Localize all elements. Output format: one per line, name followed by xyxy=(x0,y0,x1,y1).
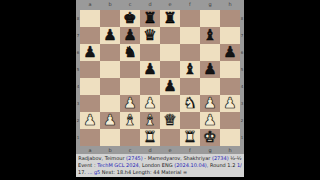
square-b5 xyxy=(100,61,120,78)
square-c3: ♟ xyxy=(120,95,140,112)
square-b4 xyxy=(100,78,120,95)
file-label: c xyxy=(120,0,140,10)
square-b8 xyxy=(100,10,120,27)
square-d8: ♜ xyxy=(140,10,160,27)
square-b3 xyxy=(100,95,120,112)
square-g8 xyxy=(200,10,220,27)
rank-label: 5 xyxy=(240,61,244,78)
file-label: e xyxy=(160,0,180,10)
white-knight-piece: ♞ xyxy=(183,95,196,112)
square-d4 xyxy=(140,78,160,95)
square-d1: ♜ xyxy=(140,129,160,146)
caption-token: (2734) xyxy=(212,155,229,161)
square-f5: ♝ xyxy=(180,61,200,78)
rank-label: 4 xyxy=(240,78,244,95)
caption-token: ½-½ xyxy=(229,155,242,161)
square-g1: ♚ xyxy=(200,129,220,146)
caption-token: 1/2 xyxy=(237,162,242,168)
square-a5 xyxy=(80,61,100,78)
square-e2: ♛ xyxy=(160,112,180,129)
caption-token: Next: 18.h4 xyxy=(100,169,131,175)
white-pawn-piece: ♟ xyxy=(143,95,156,112)
square-c1 xyxy=(120,129,140,146)
rank-label: 8 xyxy=(240,10,244,27)
caption-token: London ENG xyxy=(140,162,174,168)
rank-label: 7 xyxy=(240,27,244,44)
square-d3: ♟ xyxy=(140,95,160,112)
square-d2: ♝ xyxy=(140,112,160,129)
screenshot-stage: abcdefgh 87654321 87654321 ♚♜♜♟♟♛♝♟♞♟♟♝♟… xyxy=(0,0,320,180)
black-pawn-piece: ♟ xyxy=(83,44,96,61)
square-g2: ♟ xyxy=(200,112,220,129)
file-labels-bottom: abcdefgh xyxy=(80,146,240,154)
square-a4 xyxy=(80,78,100,95)
square-h3: ♟ xyxy=(220,95,240,112)
square-g4 xyxy=(200,78,220,95)
caption-token: (2745) xyxy=(126,155,143,161)
black-bishop-piece: ♝ xyxy=(203,27,216,44)
square-h4 xyxy=(220,78,240,95)
white-pawn-piece: ♟ xyxy=(203,112,216,129)
file-labels-top: abcdefgh xyxy=(80,0,240,10)
square-f4 xyxy=(180,78,200,95)
black-pawn-piece: ♟ xyxy=(123,27,136,44)
square-f1: ♜ xyxy=(180,129,200,146)
square-a2: ♟ xyxy=(80,112,100,129)
black-pawn-piece: ♟ xyxy=(223,44,236,61)
black-pawn-piece: ♟ xyxy=(163,78,176,95)
square-c5 xyxy=(120,61,140,78)
square-h2 xyxy=(220,112,240,129)
square-a6: ♟ xyxy=(80,44,100,61)
white-pawn-piece: ♟ xyxy=(83,112,96,129)
caption-token: Mamedyarov, Shakhriyar xyxy=(148,155,212,161)
square-c4 xyxy=(120,78,140,95)
white-bishop-piece: ♝ xyxy=(143,112,156,129)
caption-token: Round 1.2 xyxy=(208,162,237,168)
square-e4: ♟ xyxy=(160,78,180,95)
square-b2: ♟ xyxy=(100,112,120,129)
caption-players-result: Radjabov, Teimour (2745) - Mamedyarov, S… xyxy=(78,155,242,162)
square-g7: ♝ xyxy=(200,27,220,44)
file-label: a xyxy=(80,0,100,10)
bottom-black-strip xyxy=(0,177,320,180)
black-pawn-piece: ♟ xyxy=(143,61,156,78)
square-f6 xyxy=(180,44,200,61)
square-c6: ♞ xyxy=(120,44,140,61)
square-h5 xyxy=(220,61,240,78)
square-e1 xyxy=(160,129,180,146)
black-rook-piece: ♜ xyxy=(143,10,156,27)
square-c8: ♚ xyxy=(120,10,140,27)
caption-token: Material = xyxy=(160,169,188,175)
white-queen-piece: ♛ xyxy=(163,112,176,129)
square-d6 xyxy=(140,44,160,61)
square-h1 xyxy=(220,129,240,146)
chessboard: ♚♜♜♟♟♛♝♟♞♟♟♝♟♟♟♟♞♟♟♟♟♝♝♛♟♜♜♚ xyxy=(80,10,240,146)
file-label: h xyxy=(220,0,240,10)
black-rook-piece: ♜ xyxy=(163,10,176,27)
white-rook-piece: ♜ xyxy=(183,129,196,146)
square-f7 xyxy=(180,27,200,44)
rank-label: 1 xyxy=(240,129,244,146)
file-label: f xyxy=(180,0,200,10)
caption-token: Length: 44 xyxy=(131,169,159,175)
square-a8 xyxy=(80,10,100,27)
square-e6 xyxy=(160,44,180,61)
caption-token: Radjabov, Teimour xyxy=(78,155,126,161)
square-d7: ♛ xyxy=(140,27,160,44)
square-b7: ♟ xyxy=(100,27,120,44)
white-pawn-piece: ♟ xyxy=(103,112,116,129)
caption-token: (2024.10.04), xyxy=(174,162,208,168)
square-e3 xyxy=(160,95,180,112)
rank-label: 2 xyxy=(240,112,244,129)
white-pawn-piece: ♟ xyxy=(223,95,236,112)
white-bishop-piece: ♝ xyxy=(123,112,136,129)
white-rook-piece: ♜ xyxy=(143,129,156,146)
square-g5: ♟ xyxy=(200,61,220,78)
caption-token: ... g5 xyxy=(88,169,101,175)
caption-move-info: 17. ... g5 Next: 18.h4 Length: 44 Materi… xyxy=(78,169,242,176)
white-pawn-piece: ♟ xyxy=(203,95,216,112)
square-g3: ♟ xyxy=(200,95,220,112)
square-d5: ♟ xyxy=(140,61,160,78)
square-c2: ♝ xyxy=(120,112,140,129)
square-e8: ♜ xyxy=(160,10,180,27)
square-a7 xyxy=(80,27,100,44)
square-e5 xyxy=(160,61,180,78)
square-f3: ♞ xyxy=(180,95,200,112)
square-b1 xyxy=(100,129,120,146)
file-label: b xyxy=(100,0,120,10)
caption-token: TechM GCL 2024, xyxy=(97,162,140,168)
square-h6: ♟ xyxy=(220,44,240,61)
black-pawn-piece: ♟ xyxy=(103,27,116,44)
square-f8 xyxy=(180,10,200,27)
square-f2 xyxy=(180,112,200,129)
square-a1 xyxy=(80,129,100,146)
square-a3 xyxy=(80,95,100,112)
square-h8 xyxy=(220,10,240,27)
white-king-piece: ♚ xyxy=(203,129,216,146)
rank-label: 3 xyxy=(240,95,244,112)
black-bishop-piece: ♝ xyxy=(183,61,196,78)
caption-event-info: Event : TechM GCL 2024, London ENG (2024… xyxy=(78,162,242,169)
file-label: g xyxy=(200,0,220,10)
rank-labels-right: 87654321 xyxy=(240,10,244,146)
caption-token: Event : xyxy=(78,162,97,168)
black-knight-piece: ♞ xyxy=(123,44,136,61)
square-e7 xyxy=(160,27,180,44)
game-caption: Radjabov, Teimour (2745) - Mamedyarov, S… xyxy=(76,154,244,177)
black-pawn-piece: ♟ xyxy=(203,61,216,78)
rank-label: 6 xyxy=(240,44,244,61)
black-queen-piece: ♛ xyxy=(143,27,156,44)
caption-token: 17. xyxy=(78,169,88,175)
chessboard-frame: abcdefgh 87654321 87654321 ♚♜♜♟♟♛♝♟♞♟♟♝♟… xyxy=(76,0,244,154)
square-c7: ♟ xyxy=(120,27,140,44)
square-b6 xyxy=(100,44,120,61)
square-h7 xyxy=(220,27,240,44)
white-pawn-piece: ♟ xyxy=(123,95,136,112)
square-g6 xyxy=(200,44,220,61)
black-king-piece: ♚ xyxy=(123,10,136,27)
file-label: d xyxy=(140,0,160,10)
